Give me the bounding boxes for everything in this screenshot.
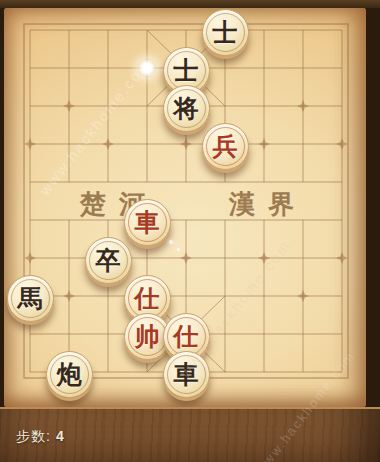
piece-black-general[interactable]: 将 <box>163 85 210 132</box>
piece-glyph: 兵 <box>213 134 238 159</box>
piece-glyph: 士 <box>174 58 199 83</box>
piece-glyph: 仕 <box>174 324 199 349</box>
step-counter-value: 4 <box>56 428 65 444</box>
step-counter: 步数:4 <box>16 428 65 446</box>
piece-black-chariot[interactable]: 車 <box>163 351 210 398</box>
piece-glyph: 卒 <box>96 248 121 273</box>
piece-glyph: 炮 <box>57 362 82 387</box>
piece-glyph: 車 <box>174 362 199 387</box>
piece-black-advisor-1[interactable]: 士 <box>202 9 249 56</box>
piece-black-horse[interactable]: 馬 <box>7 275 54 322</box>
last-move-origin-dot <box>138 59 156 77</box>
piece-black-cannon[interactable]: 炮 <box>46 351 93 398</box>
piece-glyph: 馬 <box>18 286 43 311</box>
top-edge-band <box>0 0 380 8</box>
piece-glyph: 将 <box>174 96 199 121</box>
sparkle-effect <box>177 248 180 251</box>
bottom-status-bar: 步数:4 <box>0 407 380 462</box>
pieces-layer[interactable]: 士士将兵車卒馬仕帅仕炮車 <box>11 11 362 391</box>
piece-glyph: 士 <box>213 20 238 45</box>
xiangqi-app-screen: 楚河 漢界 士士将兵車卒馬仕帅仕炮車 步数:4 www.hackhome.com… <box>0 0 380 462</box>
piece-red-soldier[interactable]: 兵 <box>202 123 249 170</box>
step-counter-label: 步数: <box>16 428 51 444</box>
piece-glyph: 車 <box>135 210 160 235</box>
piece-black-soldier[interactable]: 卒 <box>85 237 132 284</box>
sparkle-effect <box>169 240 173 244</box>
piece-red-chariot[interactable]: 車 <box>124 199 171 246</box>
piece-glyph: 帅 <box>135 324 160 349</box>
piece-glyph: 仕 <box>135 286 160 311</box>
